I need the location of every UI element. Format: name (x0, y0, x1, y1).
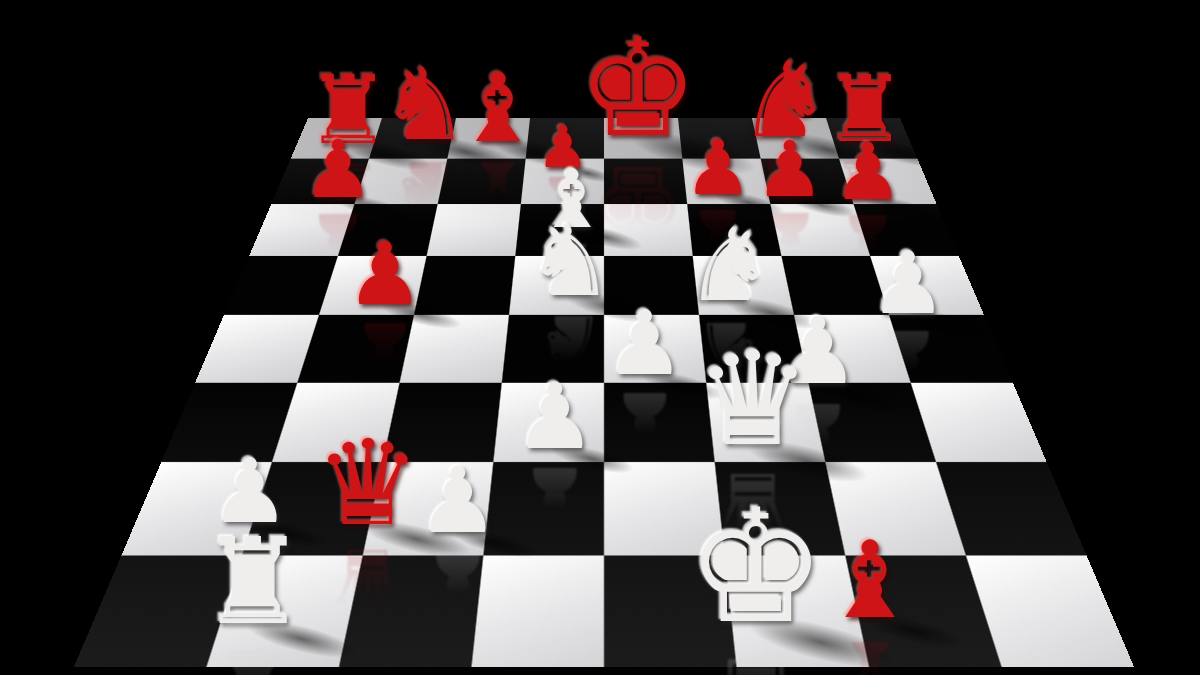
pieces-layer: ♞♞♞♞♝♝♚♚♜♜♜♜♟♟♟♟♟♟♟♟♟♟♝♝♞♞♞♞♟♟♟♟♟♟♟♟♟♟♛♛… (0, 0, 1200, 675)
piece-white-rook-b1[interactable]: ♜ (200, 523, 307, 642)
piece-red-pawn-g7[interactable]: ♟ (755, 131, 824, 208)
piece-white-king-f1[interactable]: ♚ (686, 488, 827, 645)
piece-white-knight-d5[interactable]: ♞ (526, 211, 615, 310)
piece-white-queen-f3[interactable]: ♛ (695, 334, 812, 464)
piece-white-pawn-d2[interactable]: ♟ (417, 455, 499, 546)
piece-white-pawn-e4[interactable]: ♟ (605, 299, 685, 388)
piece-red-pawn-f7[interactable]: ♟ (684, 130, 752, 206)
piece-red-bishop-c8[interactable]: ♝ (455, 61, 540, 156)
piece-white-pawn-d3[interactable]: ♟ (514, 371, 596, 462)
piece-red-pawn-b5[interactable]: ♟ (346, 231, 424, 318)
piece-red-pawn-a7[interactable]: ♟ (302, 130, 374, 210)
piece-white-knight-f5[interactable]: ♞ (685, 215, 776, 316)
piece-red-bishop-g1[interactable]: ♝ (822, 528, 917, 634)
chess-scene: ♞♞♞♞♝♝♚♚♜♜♜♜♟♟♟♟♟♟♟♟♟♟♝♝♞♞♞♞♟♟♟♟♟♟♟♟♟♟♛♛… (0, 0, 1200, 675)
piece-white-pawn-h5[interactable]: ♟ (869, 240, 946, 326)
piece-red-pawn-h7[interactable]: ♟ (833, 133, 903, 211)
piece-red-queen-c2[interactable]: ♛ (315, 424, 421, 542)
piece-red-king-e8[interactable]: ♚ (577, 21, 698, 156)
